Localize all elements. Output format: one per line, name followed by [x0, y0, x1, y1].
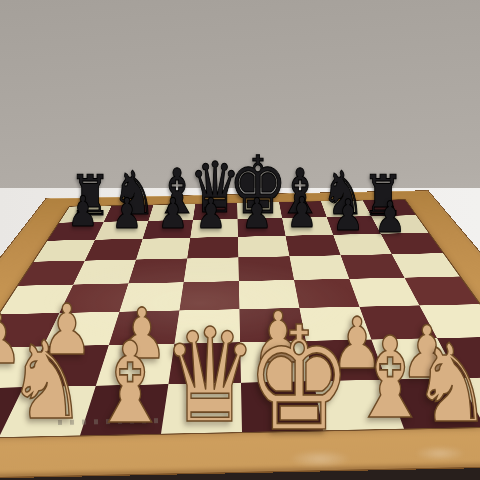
piece-black-pawn-a7[interactable]: ♟	[68, 191, 99, 233]
square-c6[interactable]	[136, 238, 190, 260]
piece-black-pawn-e7[interactable]: ♟	[242, 193, 273, 235]
square-f5[interactable]	[289, 255, 349, 280]
piece-white-king-e1[interactable]: ♚	[246, 307, 352, 451]
piece-black-pawn-g7[interactable]: ♟	[332, 194, 364, 237]
piece-black-pawn-f7[interactable]: ♟	[287, 192, 318, 234]
piece-black-pawn-c7[interactable]: ♟	[158, 193, 189, 235]
frame-smudge	[414, 446, 466, 461]
piece-white-knight-b1[interactable]: ♞	[7, 327, 86, 435]
piece-black-pawn-b7[interactable]: ♟	[112, 193, 143, 235]
photo-scene: ♜♞♝♛♚♝♞♜♟♟♟♟♟♟♟♟♟♟♟♟♟♟♞♝♛♚♝♞	[0, 0, 480, 480]
piece-black-pawn-h7[interactable]: ♟	[374, 196, 406, 239]
square-d6[interactable]	[187, 237, 238, 259]
square-b6[interactable]	[85, 239, 143, 261]
square-d5[interactable]	[184, 257, 239, 282]
square-b5[interactable]	[73, 259, 136, 284]
piece-white-knight-g1[interactable]: ♞	[412, 330, 480, 438]
square-e6[interactable]	[238, 236, 290, 258]
square-h5[interactable]	[392, 253, 460, 278]
piece-black-pawn-d7[interactable]: ♟	[196, 193, 227, 235]
piece-white-queen-d1[interactable]: ♛	[162, 311, 258, 441]
piece-white-bishop-c1[interactable]: ♝	[89, 327, 171, 439]
square-e5[interactable]	[238, 256, 294, 281]
square-c5[interactable]	[128, 258, 187, 283]
